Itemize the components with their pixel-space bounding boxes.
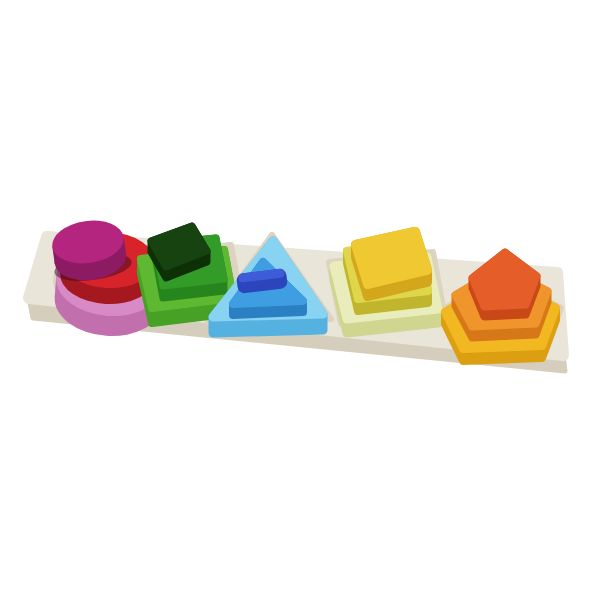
product-photo (0, 0, 600, 600)
square-top-top-face (356, 232, 427, 284)
square-stack (334, 232, 438, 333)
toy-scene (0, 0, 600, 600)
